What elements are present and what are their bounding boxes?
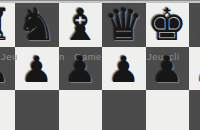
square-c6[interactable] xyxy=(59,90,103,130)
black-pawn[interactable]: ♟ xyxy=(21,52,53,88)
square-f7[interactable]: ♟ xyxy=(189,47,200,91)
black-pawn[interactable]: ♟ xyxy=(0,52,9,88)
chess-board: ♜ ♞ ♝ ♛ ♚ ♝ ♟ ♟ ♟ ♟ ♟ xyxy=(0,3,200,130)
black-knight[interactable]: ♞ xyxy=(17,3,56,47)
square-c7[interactable]: ♟ xyxy=(59,47,103,91)
square-a6[interactable] xyxy=(0,90,15,130)
square-b8[interactable]: ♞ xyxy=(15,3,59,47)
square-c8[interactable]: ♝ xyxy=(59,3,103,47)
black-queen[interactable]: ♛ xyxy=(104,3,143,47)
black-pawn[interactable]: ♟ xyxy=(108,52,140,88)
square-f6[interactable] xyxy=(189,90,200,130)
square-d6[interactable] xyxy=(102,90,146,130)
black-rook[interactable]: ♜ xyxy=(0,3,13,47)
chess-board-screenshot: Jeu n Game Jeuxcli ♜ ♞ ♝ ♛ ♚ ♝ ♟ ♟ ♟ xyxy=(0,0,200,130)
square-f8[interactable]: ♝ xyxy=(189,3,200,47)
square-b6[interactable] xyxy=(15,90,59,130)
black-pawn[interactable]: ♟ xyxy=(195,52,200,88)
black-pawn[interactable]: ♟ xyxy=(151,52,183,88)
black-pawn[interactable]: ♟ xyxy=(64,52,96,88)
square-d7[interactable]: ♟ xyxy=(102,47,146,91)
square-e7[interactable]: ♟ xyxy=(146,47,190,91)
black-bishop[interactable]: ♝ xyxy=(61,3,100,47)
board-top-border xyxy=(0,0,200,3)
black-king[interactable]: ♚ xyxy=(148,3,187,47)
black-bishop[interactable]: ♝ xyxy=(191,3,200,47)
square-e8[interactable]: ♚ xyxy=(146,3,190,47)
square-e6[interactable] xyxy=(146,90,190,130)
square-d8[interactable]: ♛ xyxy=(102,3,146,47)
square-b7[interactable]: ♟ xyxy=(15,47,59,91)
square-a8[interactable]: ♜ xyxy=(0,3,15,47)
